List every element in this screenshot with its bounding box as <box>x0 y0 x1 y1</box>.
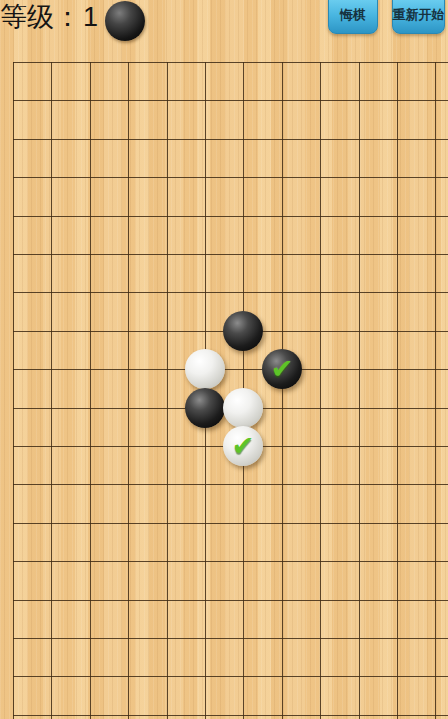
grid-line-horizontal <box>13 484 448 485</box>
stone-black <box>185 388 225 428</box>
level-indicator: 等级：1 <box>0 1 98 33</box>
grid-line-horizontal <box>13 254 448 255</box>
grid-line-horizontal <box>13 600 448 601</box>
grid-line-vertical <box>13 62 14 719</box>
grid-line-horizontal <box>13 100 448 101</box>
last-move-check-icon: ✔ <box>223 426 263 466</box>
grid-line-horizontal <box>13 216 448 217</box>
grid-line-vertical <box>359 62 360 719</box>
grid-line-vertical <box>128 62 129 719</box>
stone-black <box>223 311 263 351</box>
grid-line-horizontal <box>13 638 448 639</box>
stone-white <box>185 349 225 389</box>
stone-white-last-move: ✔ <box>223 426 263 466</box>
level-value: 1 <box>83 2 98 32</box>
grid-line-horizontal <box>13 292 448 293</box>
goban-board[interactable]: ✔✔ <box>0 0 448 719</box>
undo-button[interactable]: 悔棋 <box>328 0 378 34</box>
grid-line-horizontal <box>13 523 448 524</box>
level-label: 等级： <box>0 2 81 32</box>
grid-line-vertical <box>435 62 436 719</box>
grid-line-vertical <box>167 62 168 719</box>
grid-line-horizontal <box>13 715 448 716</box>
grid-line-vertical <box>90 62 91 719</box>
grid-line-horizontal <box>13 62 448 63</box>
grid-line-horizontal <box>13 369 448 370</box>
stone-white <box>223 388 263 428</box>
restart-button[interactable]: 重新开始 <box>392 0 445 34</box>
header-bar: 等级：1 悔棋 重新开始 <box>0 0 448 50</box>
turn-black-stone-icon <box>105 1 145 41</box>
grid-line-horizontal <box>13 139 448 140</box>
last-move-check-icon: ✔ <box>262 349 302 389</box>
grid-line-horizontal <box>13 177 448 178</box>
grid-line-vertical <box>51 62 52 719</box>
grid-line-horizontal <box>13 561 448 562</box>
grid-line-vertical <box>320 62 321 719</box>
grid-line-vertical <box>282 62 283 719</box>
app-root: ✔✔ 等级：1 悔棋 重新开始 <box>0 0 448 719</box>
stone-black-last-move: ✔ <box>262 349 302 389</box>
grid-line-horizontal <box>13 676 448 677</box>
grid-line-vertical <box>397 62 398 719</box>
